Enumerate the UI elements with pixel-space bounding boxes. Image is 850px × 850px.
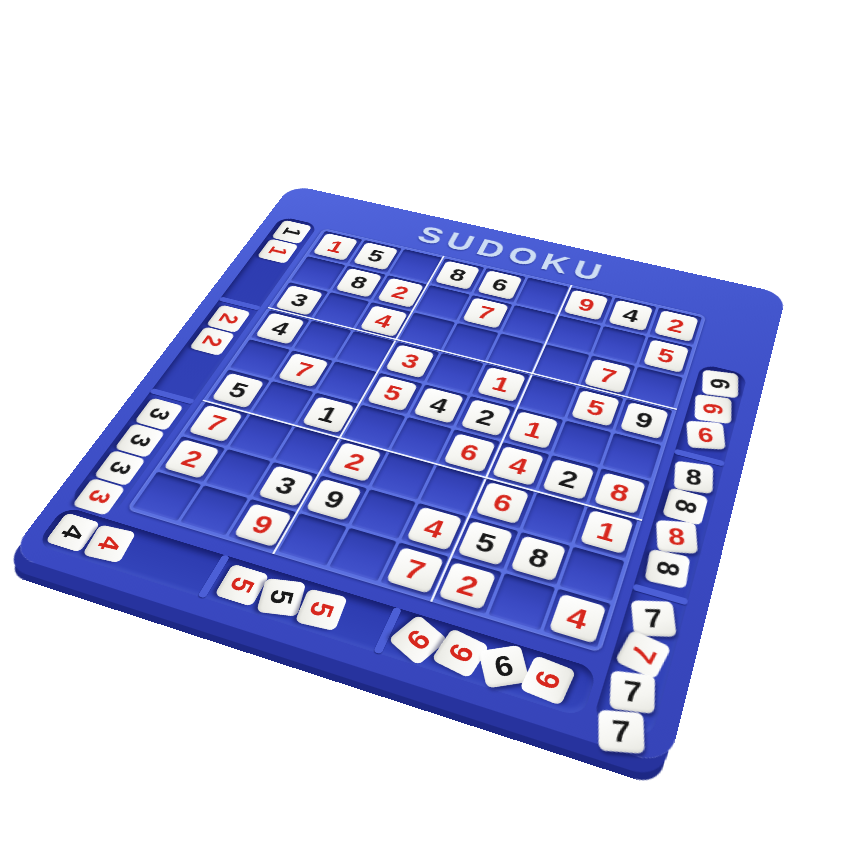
tile-1-r5c7[interactable]: 1: [508, 411, 559, 449]
tile-9-r8c4[interactable]: 9: [306, 479, 362, 521]
tile-5-r4c8[interactable]: 5: [571, 390, 620, 427]
tile-4-r4c1[interactable]: 4: [255, 313, 305, 345]
tile-8-r8c8[interactable]: 8: [510, 535, 566, 581]
tile-2-r5c6[interactable]: 2: [460, 399, 511, 436]
tray-tile-9[interactable]: 9: [702, 370, 738, 399]
sudoku-board: SUDOKU 11223333 158694282753474315975421…: [9, 185, 786, 767]
tile-4-r1c8[interactable]: 4: [608, 300, 653, 331]
tile-5-r1c2[interactable]: 5: [353, 242, 399, 270]
tray-tile-8[interactable]: 8: [645, 549, 691, 589]
tray-tile-9[interactable]: 9: [695, 394, 732, 424]
tile-7-r2c5[interactable]: 7: [462, 297, 509, 328]
tile-3-r4c4[interactable]: 3: [385, 345, 435, 379]
tile-8-r1c4[interactable]: 8: [435, 261, 480, 290]
tile-5-r5c4[interactable]: 5: [367, 375, 418, 411]
tile-4-r8c6[interactable]: 4: [406, 506, 462, 550]
tile-1-r4c6[interactable]: 1: [476, 367, 525, 402]
tile-4-r9c9[interactable]: 4: [548, 593, 606, 643]
tray-tile-8[interactable]: 8: [656, 520, 698, 554]
tile-7-r9c6[interactable]: 7: [386, 546, 444, 593]
tray-tile-6[interactable]: 6: [519, 655, 576, 706]
tile-9-r4c9[interactable]: 9: [620, 402, 669, 439]
tile-2-r9c7[interactable]: 2: [439, 562, 497, 610]
tile-8-r2c2[interactable]: 8: [335, 268, 382, 298]
tile-7-r5c2[interactable]: 7: [278, 353, 329, 387]
tile-2-r7c4[interactable]: 2: [327, 442, 382, 482]
tile-5-r8c7[interactable]: 5: [458, 521, 514, 566]
tile-2-r1c9[interactable]: 2: [654, 310, 699, 342]
tile-4-r5c5[interactable]: 4: [413, 387, 464, 424]
tile-3-r8c3[interactable]: 3: [257, 465, 314, 506]
tile-9-r1c7[interactable]: 9: [564, 290, 609, 321]
tile-5-r2c9[interactable]: 5: [643, 339, 689, 373]
tile-6-r7c7[interactable]: 6: [475, 482, 529, 525]
tile-6-r1c5[interactable]: 6: [477, 270, 522, 300]
scene: SUDOKU 11223333 158694282753474315975421…: [0, 0, 850, 850]
tile-1-r1c1[interactable]: 1: [313, 233, 359, 261]
tray-tile-6[interactable]: 6: [686, 421, 726, 450]
